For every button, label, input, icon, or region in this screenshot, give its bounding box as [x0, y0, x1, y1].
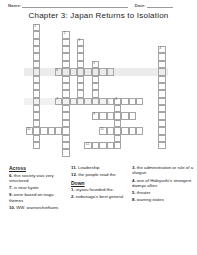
- cell-r5c1[interactable]: [33, 61, 40, 68]
- cell-r15c5[interactable]: [62, 135, 69, 142]
- clue-6: 6. this society was very structured: [9, 173, 69, 184]
- cell-r7c1[interactable]: [33, 76, 40, 83]
- cell-r3c5[interactable]: [62, 46, 69, 53]
- cell-r10c14[interactable]: [129, 98, 136, 105]
- clue-number-7: 7: [56, 98, 58, 101]
- clue-12: 12. the people read the: [71, 172, 129, 177]
- name-label: Name:: [8, 3, 21, 8]
- cell-r10c13[interactable]: [121, 98, 128, 105]
- cell-r9c9[interactable]: [92, 90, 99, 97]
- cell-r8c1[interactable]: [33, 83, 40, 90]
- cell-r14c15[interactable]: [136, 127, 143, 134]
- cell-r5c7[interactable]: [77, 61, 84, 68]
- cell-r14c10[interactable]: 11: [99, 127, 106, 134]
- cell-r2c7[interactable]: 3: [77, 39, 84, 46]
- cell-r10c15[interactable]: [136, 98, 143, 105]
- cell-r0c1[interactable]: 1: [33, 24, 40, 31]
- date-label: Date:: [135, 3, 146, 8]
- clue-number-11: 11: [101, 128, 104, 131]
- cell-r14c14[interactable]: [129, 127, 136, 134]
- cell-r7c9[interactable]: [92, 76, 99, 83]
- clue-number-1: 1: [34, 25, 36, 28]
- clue-column-down: 3. the administration or rule of a shogu…: [132, 165, 195, 205]
- cell-r6c10[interactable]: [99, 68, 106, 75]
- cell-r6c11[interactable]: [107, 68, 114, 75]
- cell-r14c0[interactable]: 10: [26, 127, 33, 134]
- cell-r4c1[interactable]: [33, 53, 40, 60]
- cell-r8c9[interactable]: [92, 83, 99, 90]
- cell-r7c5[interactable]: [62, 76, 69, 83]
- clue-number-3: 3: [78, 39, 80, 42]
- cell-r4c18[interactable]: [158, 53, 165, 60]
- cell-r3c1[interactable]: [33, 46, 40, 53]
- cell-r16c12[interactable]: [114, 142, 121, 149]
- cell-r9c5[interactable]: [62, 90, 69, 97]
- cell-r13c12[interactable]: [114, 120, 121, 127]
- clue-8: 8. warring states: [132, 197, 195, 202]
- cell-r17c5[interactable]: [62, 149, 69, 156]
- name-date-line: Name: Date:: [8, 3, 193, 11]
- cell-r12c1[interactable]: [33, 112, 40, 119]
- cell-r11c5[interactable]: [62, 105, 69, 112]
- cell-r6c5[interactable]: [62, 68, 69, 75]
- cell-r10c12[interactable]: 8: [114, 98, 121, 105]
- cell-r9c1[interactable]: [33, 90, 40, 97]
- cell-r12c11[interactable]: [107, 112, 114, 119]
- cell-r2c1[interactable]: [33, 39, 40, 46]
- cell-r15c18[interactable]: [158, 135, 165, 142]
- clue-5: 5. theater: [132, 190, 195, 195]
- cell-r16c18[interactable]: [158, 142, 165, 149]
- cell-r16c1[interactable]: [33, 142, 40, 149]
- cell-r1c5[interactable]: 2: [62, 31, 69, 38]
- cell-r6c8[interactable]: [84, 68, 91, 75]
- cell-r1c1[interactable]: [33, 31, 40, 38]
- cell-r12c13[interactable]: [121, 112, 128, 119]
- crossword-grid: 123456789101112: [26, 24, 166, 157]
- cell-r14c1[interactable]: [33, 127, 40, 134]
- cell-r13c1[interactable]: [33, 120, 40, 127]
- cell-r14c3[interactable]: [48, 127, 55, 134]
- cell-r5c9[interactable]: 5: [92, 61, 99, 68]
- cell-r12c10[interactable]: [99, 112, 106, 119]
- cell-r10c9[interactable]: [92, 98, 99, 105]
- cell-r10c7[interactable]: [77, 98, 84, 105]
- cell-r7c7[interactable]: [77, 76, 84, 83]
- cell-r7c18[interactable]: [158, 76, 165, 83]
- cell-r10c11[interactable]: [107, 98, 114, 105]
- clue-number-6: 6: [56, 69, 58, 72]
- cell-r8c18[interactable]: [158, 83, 165, 90]
- cell-r16c10[interactable]: [99, 142, 106, 149]
- cell-r14c13[interactable]: [121, 127, 128, 134]
- cell-r14c2[interactable]: [40, 127, 47, 134]
- cell-r16c11[interactable]: [107, 142, 114, 149]
- cell-r16c5[interactable]: [62, 142, 69, 149]
- cell-r10c5[interactable]: [62, 98, 69, 105]
- cell-r11c18[interactable]: [158, 105, 165, 112]
- clue-1: 1. ieyasu founded the..: [71, 187, 129, 192]
- cell-r14c5[interactable]: [62, 127, 69, 134]
- cell-r6c4[interactable]: 6: [55, 68, 62, 75]
- clue-number-2: 2: [64, 32, 66, 35]
- cell-r10c4[interactable]: 7: [55, 98, 62, 105]
- cell-r10c1[interactable]: [33, 98, 40, 105]
- date-blank-line[interactable]: [147, 3, 173, 8]
- cell-r14c12[interactable]: [114, 127, 121, 134]
- cell-r10c18[interactable]: [158, 98, 165, 105]
- clue-column-across: Across6. this society was very structure…: [9, 165, 69, 212]
- cell-r15c12[interactable]: [114, 135, 121, 142]
- clues-header-across: Across: [9, 165, 69, 171]
- name-blank-line[interactable]: [22, 3, 128, 8]
- cell-r9c7[interactable]: [77, 90, 84, 97]
- cell-r16c8[interactable]: 12: [84, 142, 91, 149]
- page-title: Chapter 3: Japan Returns to Isolation: [0, 11, 197, 20]
- cell-r5c5[interactable]: [62, 61, 69, 68]
- clue-number-12: 12: [86, 143, 89, 146]
- cell-r6c18[interactable]: [158, 68, 165, 75]
- cell-r6c7[interactable]: [77, 68, 84, 75]
- clue-number-5: 5: [93, 62, 95, 65]
- cell-r16c9[interactable]: [92, 142, 99, 149]
- clues-header-down: Down: [71, 180, 129, 186]
- cell-r11c12[interactable]: [114, 105, 121, 112]
- clue-9: 9. were based on tragic themes: [9, 192, 69, 203]
- cell-r12c5[interactable]: [62, 112, 69, 119]
- cell-r15c1[interactable]: [33, 135, 40, 142]
- clue-10: 10. WW. warriorchieftains: [9, 205, 69, 210]
- clue-2: 2. nobunaga's best general: [71, 194, 129, 199]
- cell-r12c18[interactable]: [158, 112, 165, 119]
- cell-r2c5[interactable]: [62, 39, 69, 46]
- cell-r14c11[interactable]: [107, 127, 114, 134]
- clue-3: 3. the administration or rule of a shogu…: [132, 165, 195, 176]
- cell-r13c18[interactable]: [158, 120, 165, 127]
- cell-r3c7[interactable]: [77, 46, 84, 53]
- cell-r13c5[interactable]: [62, 120, 69, 127]
- cell-r12c12[interactable]: [114, 112, 121, 119]
- cell-r11c1[interactable]: [33, 105, 40, 112]
- clue-4: 4. one of Hideyoshi's strongest daimyo a…: [132, 178, 195, 189]
- clue-7: 7. is near kyoto: [9, 185, 69, 190]
- cell-r5c18[interactable]: [158, 61, 165, 68]
- clue-number-9: 9: [93, 113, 95, 116]
- cell-r4c7[interactable]: [77, 53, 84, 60]
- clue-11: 11. Leadership: [71, 165, 129, 170]
- cell-r6c9[interactable]: [92, 68, 99, 75]
- cell-r12c14[interactable]: [129, 112, 136, 119]
- cell-r4c5[interactable]: [62, 53, 69, 60]
- cell-r6c1[interactable]: [33, 68, 40, 75]
- cell-r8c5[interactable]: [62, 83, 69, 90]
- cell-r6c6[interactable]: [70, 68, 77, 75]
- worksheet-page: Name: Date: Chapter 3: Japan Returns to …: [0, 0, 197, 255]
- clue-number-10: 10: [27, 128, 30, 131]
- clue-number-8: 8: [115, 98, 117, 101]
- clue-number-4: 4: [160, 47, 162, 50]
- cell-r14c18[interactable]: [158, 127, 165, 134]
- cell-r8c7[interactable]: [77, 83, 84, 90]
- clue-column-middle: 11. Leadership12. the people read theDow…: [71, 165, 129, 202]
- cell-r10c8[interactable]: [84, 98, 91, 105]
- cell-r10c10[interactable]: [99, 98, 106, 105]
- cell-r3c18[interactable]: 4: [158, 46, 165, 53]
- cell-r12c9[interactable]: 9: [92, 112, 99, 119]
- cell-r10c6[interactable]: [70, 98, 77, 105]
- cell-r14c4[interactable]: [55, 127, 62, 134]
- cell-r9c18[interactable]: [158, 90, 165, 97]
